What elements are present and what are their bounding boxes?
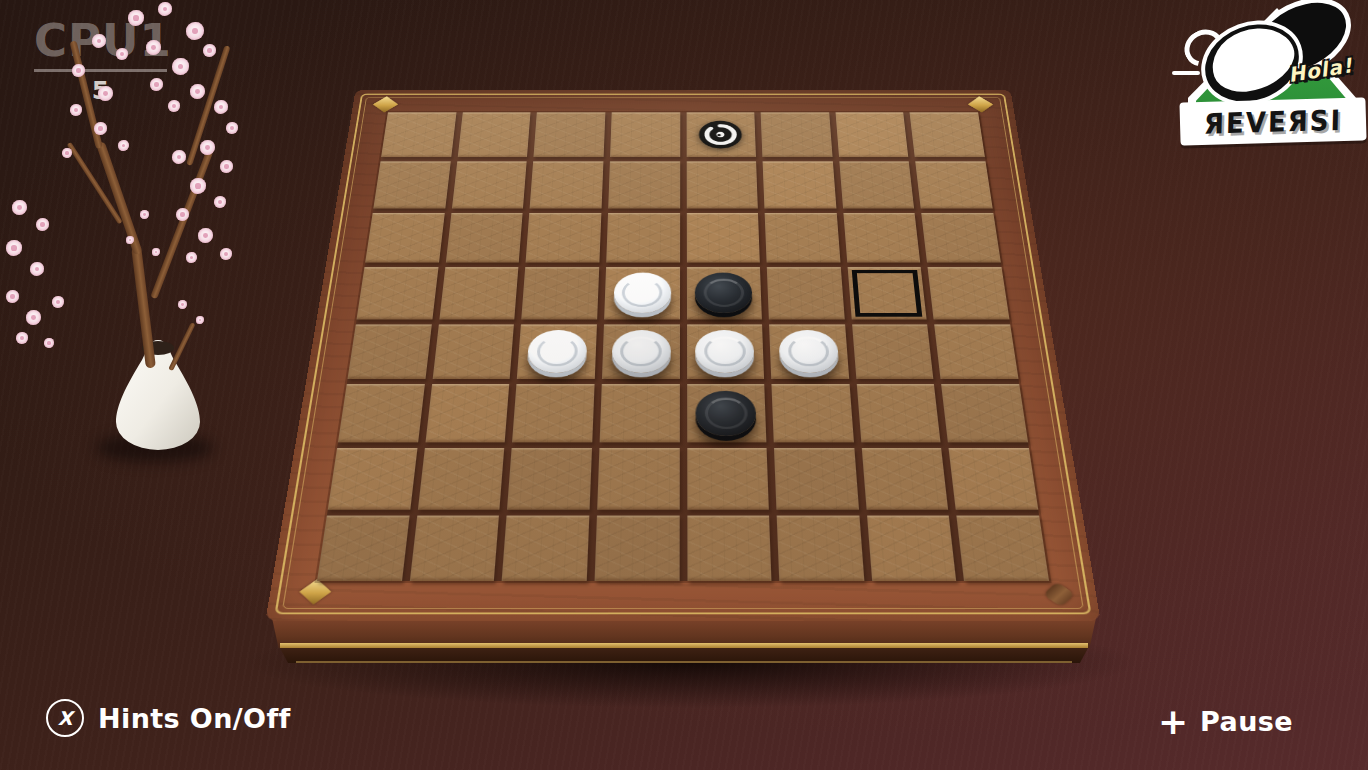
blossom: [190, 84, 205, 99]
cell-d2[interactable]: [608, 161, 680, 208]
logo-speed-line: [1172, 71, 1200, 75]
cell-f4[interactable]: [767, 267, 845, 319]
blossom: [203, 44, 216, 57]
cell-d7[interactable]: [597, 448, 679, 510]
cell-e2[interactable]: [686, 161, 758, 208]
blossom: [6, 290, 19, 303]
branch-segment: [168, 322, 195, 371]
board-base: [280, 648, 1088, 663]
pause-button[interactable]: + Pause: [1158, 706, 1293, 737]
cell-h5[interactable]: [934, 324, 1018, 379]
cell-d5[interactable]: [602, 324, 680, 379]
blossom: [26, 310, 41, 325]
blossom: [172, 150, 186, 164]
blossom: [178, 300, 187, 309]
cell-e5[interactable]: [687, 324, 765, 379]
move-cursor: [851, 270, 922, 317]
white-disc: [613, 273, 671, 313]
blossom: [30, 262, 44, 276]
cell-f7[interactable]: [774, 448, 859, 510]
board-frame: [265, 90, 1100, 621]
branch-segment: [186, 45, 230, 166]
cell-g5[interactable]: [852, 324, 934, 379]
cell-d4[interactable]: [604, 267, 680, 319]
blossom: [44, 338, 54, 348]
cell-g2[interactable]: [839, 161, 914, 208]
branch-segment: [150, 149, 213, 299]
board-side-face: [272, 618, 1096, 648]
logo-title: ЯEVEЯSI: [1204, 103, 1343, 139]
cell-c3[interactable]: [526, 213, 601, 262]
cell-b8[interactable]: [409, 516, 499, 581]
cell-h1[interactable]: [910, 112, 985, 157]
cell-d6[interactable]: [599, 384, 679, 442]
cell-b3[interactable]: [445, 213, 522, 262]
branch-segment: [67, 142, 123, 224]
blossom: [196, 316, 204, 324]
blossom: [152, 248, 160, 256]
cell-b1[interactable]: [457, 112, 530, 157]
cell-f3[interactable]: [765, 213, 840, 262]
cell-a8[interactable]: [317, 516, 409, 581]
blossom: [62, 148, 72, 158]
player-name: CPU1: [34, 18, 174, 63]
blossom: [226, 122, 238, 134]
blossom: [172, 58, 189, 75]
cell-b7[interactable]: [417, 448, 504, 510]
blossom: [70, 104, 82, 116]
plus-button-icon: +: [1158, 708, 1188, 736]
vase-shadow: [96, 434, 214, 462]
cell-f8[interactable]: [777, 516, 864, 581]
branch-segment: [131, 246, 156, 368]
board: [265, 90, 1100, 621]
cell-d3[interactable]: [606, 213, 680, 262]
cell-a6[interactable]: [338, 384, 425, 442]
branch-segment: [96, 141, 143, 256]
cell-c8[interactable]: [502, 516, 589, 581]
cell-g4[interactable]: [847, 267, 927, 319]
cell-c2[interactable]: [530, 161, 603, 208]
cell-e7[interactable]: [687, 448, 769, 510]
cell-a3[interactable]: [365, 213, 444, 262]
hints-button[interactable]: X Hints On/Off: [46, 699, 291, 737]
blossom: [214, 100, 228, 114]
cell-f5[interactable]: [769, 324, 849, 379]
cell-h3[interactable]: [922, 213, 1001, 262]
blossom: [52, 296, 64, 308]
score-divider: [34, 69, 167, 72]
cell-b6[interactable]: [425, 384, 509, 442]
blossom: [94, 122, 107, 135]
cell-a7[interactable]: [328, 448, 417, 510]
cell-f1[interactable]: [761, 112, 833, 157]
cell-g1[interactable]: [835, 112, 908, 157]
cell-e6[interactable]: [687, 384, 767, 442]
blossom: [16, 332, 28, 344]
cell-a5[interactable]: [348, 324, 432, 379]
cell-h4[interactable]: [928, 267, 1010, 319]
blossom: [220, 160, 233, 173]
cell-e4[interactable]: [686, 267, 762, 319]
white-disc: [611, 330, 671, 372]
blossom: [126, 236, 134, 244]
vase: [112, 338, 204, 452]
logo-banner: ЯEVEЯSI: [1179, 97, 1366, 145]
cell-e1[interactable]: [686, 112, 756, 157]
blossom: [220, 248, 232, 260]
cell-e3[interactable]: [686, 213, 760, 262]
cell-c4[interactable]: [522, 267, 600, 319]
blossom: [186, 22, 204, 40]
cell-e8[interactable]: [687, 516, 772, 581]
blossom: [200, 140, 215, 155]
cell-h8[interactable]: [957, 516, 1049, 581]
blossom: [6, 240, 22, 256]
cell-g3[interactable]: [843, 213, 920, 262]
game-scene: CPU1 5: [0, 0, 1368, 770]
cell-h6[interactable]: [942, 384, 1029, 442]
cell-d1[interactable]: [610, 112, 680, 157]
flipping-disc-icon: [698, 120, 744, 149]
cell-a4[interactable]: [357, 267, 439, 319]
black-disc: [695, 273, 753, 313]
cell-d8[interactable]: [594, 516, 679, 581]
blossom: [12, 200, 27, 215]
cell-c6[interactable]: [512, 384, 594, 442]
board-grid: [317, 112, 1049, 581]
pause-label: Pause: [1200, 706, 1293, 737]
blossom: [190, 178, 206, 194]
blossom: [186, 252, 197, 263]
blossom: [140, 210, 149, 219]
blossom: [214, 196, 226, 208]
blossom: [176, 208, 189, 221]
cell-f6[interactable]: [772, 384, 854, 442]
white-disc: [526, 330, 587, 372]
score-panel: CPU1 5: [34, 18, 174, 105]
cell-b5[interactable]: [432, 324, 514, 379]
blossom: [118, 140, 129, 151]
black-disc: [696, 391, 758, 436]
cell-g6[interactable]: [857, 384, 941, 442]
cell-h2[interactable]: [916, 161, 993, 208]
cell-a2[interactable]: [373, 161, 450, 208]
white-disc: [778, 330, 839, 372]
white-disc: [695, 330, 755, 372]
cell-g8[interactable]: [867, 516, 957, 581]
cell-c5[interactable]: [517, 324, 597, 379]
cell-b2[interactable]: [452, 161, 527, 208]
hints-label: Hints On/Off: [98, 703, 291, 734]
x-button-icon: X: [46, 699, 84, 737]
cell-h7[interactable]: [949, 448, 1038, 510]
cell-c1[interactable]: [534, 112, 606, 157]
cell-g7[interactable]: [862, 448, 949, 510]
blossom: [36, 218, 49, 231]
score-value: 5: [34, 76, 167, 105]
cell-f2[interactable]: [763, 161, 836, 208]
reversi-logo: Hola! ЯEVEЯSI: [1176, 0, 1368, 152]
blossom: [198, 228, 213, 243]
cell-c7[interactable]: [507, 448, 592, 510]
cell-b4[interactable]: [439, 267, 519, 319]
cell-a1[interactable]: [381, 112, 456, 157]
